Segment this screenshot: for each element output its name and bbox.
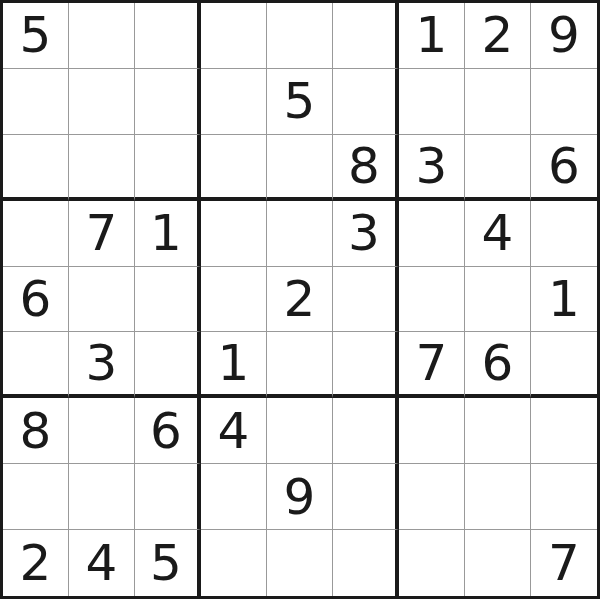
cell-r6c7[interactable]: 7	[399, 332, 465, 398]
cell-r9c1[interactable]: 2	[3, 530, 69, 596]
cell-r7c7[interactable]	[399, 398, 465, 464]
cell-r5c7[interactable]	[399, 267, 465, 333]
cell-r5c6[interactable]	[333, 267, 399, 333]
cell-r3c9[interactable]: 6	[531, 135, 597, 201]
cell-r2c8[interactable]	[465, 69, 531, 135]
cell-r4c7[interactable]	[399, 201, 465, 267]
cell-r7c5[interactable]	[267, 398, 333, 464]
cell-r7c1[interactable]: 8	[3, 398, 69, 464]
cell-r8c5[interactable]: 9	[267, 464, 333, 530]
cell-r1c4[interactable]	[201, 3, 267, 69]
cell-r9c9[interactable]: 7	[531, 530, 597, 596]
cell-r2c7[interactable]	[399, 69, 465, 135]
cell-r4c5[interactable]	[267, 201, 333, 267]
cell-r1c3[interactable]	[135, 3, 201, 69]
cell-r6c2[interactable]: 3	[69, 332, 135, 398]
cell-r2c3[interactable]	[135, 69, 201, 135]
cell-r4c1[interactable]	[3, 201, 69, 267]
cell-r6c5[interactable]	[267, 332, 333, 398]
cell-r3c7[interactable]: 3	[399, 135, 465, 201]
cell-r2c2[interactable]	[69, 69, 135, 135]
cell-r7c4[interactable]: 4	[201, 398, 267, 464]
cell-r1c8[interactable]: 2	[465, 3, 531, 69]
cell-r4c3[interactable]: 1	[135, 201, 201, 267]
cell-r7c6[interactable]	[333, 398, 399, 464]
sudoku-board: 512958367134621317686492457	[0, 0, 600, 599]
cell-r4c9[interactable]	[531, 201, 597, 267]
cell-r6c1[interactable]	[3, 332, 69, 398]
cell-r5c4[interactable]	[201, 267, 267, 333]
cell-r9c3[interactable]: 5	[135, 530, 201, 596]
cell-r3c4[interactable]	[201, 135, 267, 201]
cell-r6c6[interactable]	[333, 332, 399, 398]
cell-r5c3[interactable]	[135, 267, 201, 333]
cell-r1c5[interactable]	[267, 3, 333, 69]
cell-r9c8[interactable]	[465, 530, 531, 596]
cell-r6c8[interactable]: 6	[465, 332, 531, 398]
cell-r3c3[interactable]	[135, 135, 201, 201]
cell-r5c1[interactable]: 6	[3, 267, 69, 333]
cell-r7c9[interactable]	[531, 398, 597, 464]
cell-r1c2[interactable]	[69, 3, 135, 69]
cell-r2c4[interactable]	[201, 69, 267, 135]
cell-r8c2[interactable]	[69, 464, 135, 530]
cell-r1c7[interactable]: 1	[399, 3, 465, 69]
cell-r9c6[interactable]	[333, 530, 399, 596]
cell-r5c8[interactable]	[465, 267, 531, 333]
cell-r8c6[interactable]	[333, 464, 399, 530]
cell-r7c8[interactable]	[465, 398, 531, 464]
cell-r8c7[interactable]	[399, 464, 465, 530]
cell-r9c7[interactable]	[399, 530, 465, 596]
cell-r2c9[interactable]	[531, 69, 597, 135]
cell-r3c6[interactable]: 8	[333, 135, 399, 201]
cell-r3c2[interactable]	[69, 135, 135, 201]
cell-r1c1[interactable]: 5	[3, 3, 69, 69]
cell-r9c5[interactable]	[267, 530, 333, 596]
cell-r8c3[interactable]	[135, 464, 201, 530]
cell-r8c1[interactable]	[3, 464, 69, 530]
cell-r7c2[interactable]	[69, 398, 135, 464]
cell-r2c5[interactable]: 5	[267, 69, 333, 135]
cell-r3c8[interactable]	[465, 135, 531, 201]
cell-r9c4[interactable]	[201, 530, 267, 596]
cell-r3c5[interactable]	[267, 135, 333, 201]
cell-r1c6[interactable]	[333, 3, 399, 69]
cell-r4c6[interactable]: 3	[333, 201, 399, 267]
cell-r4c8[interactable]: 4	[465, 201, 531, 267]
cell-r8c8[interactable]	[465, 464, 531, 530]
cell-r2c1[interactable]	[3, 69, 69, 135]
cell-r8c9[interactable]	[531, 464, 597, 530]
cell-r6c9[interactable]	[531, 332, 597, 398]
cell-r5c2[interactable]	[69, 267, 135, 333]
cell-r3c1[interactable]	[3, 135, 69, 201]
cell-r8c4[interactable]	[201, 464, 267, 530]
cell-r4c2[interactable]: 7	[69, 201, 135, 267]
cell-r7c3[interactable]: 6	[135, 398, 201, 464]
cell-r9c2[interactable]: 4	[69, 530, 135, 596]
cell-r6c3[interactable]	[135, 332, 201, 398]
cell-r6c4[interactable]: 1	[201, 332, 267, 398]
cell-r4c4[interactable]	[201, 201, 267, 267]
cell-r5c5[interactable]: 2	[267, 267, 333, 333]
cell-r2c6[interactable]	[333, 69, 399, 135]
cell-r1c9[interactable]: 9	[531, 3, 597, 69]
cell-r5c9[interactable]: 1	[531, 267, 597, 333]
